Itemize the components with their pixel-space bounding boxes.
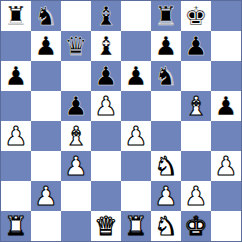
white-pawn-icon[interactable]: ♟ — [4, 121, 27, 151]
square-a4[interactable]: ♟ — [1, 121, 31, 151]
square-h7[interactable] — [211, 31, 241, 61]
white-pawn-icon[interactable]: ♟ — [154, 181, 177, 211]
square-h6[interactable] — [211, 61, 241, 91]
white-rook-icon[interactable]: ♜ — [4, 211, 27, 241]
black-pawn-icon[interactable]: ♟ — [94, 61, 117, 91]
square-d3[interactable] — [91, 151, 121, 181]
white-knight-icon[interactable]: ♞ — [154, 151, 177, 181]
square-f6[interactable]: ♞ — [151, 61, 181, 91]
black-queen-icon[interactable]: ♛ — [64, 31, 87, 61]
white-bishop-icon[interactable]: ♝ — [64, 121, 87, 151]
white-queen-icon[interactable]: ♛ — [94, 211, 117, 241]
square-c7[interactable]: ♛ — [61, 31, 91, 61]
square-e2[interactable] — [121, 181, 151, 211]
black-pawn-icon[interactable]: ♟ — [124, 61, 147, 91]
black-knight-icon[interactable]: ♞ — [34, 1, 57, 31]
square-d2[interactable] — [91, 181, 121, 211]
square-d7[interactable]: ♝ — [91, 31, 121, 61]
white-pawn-icon[interactable]: ♟ — [214, 151, 237, 181]
square-b3[interactable] — [31, 151, 61, 181]
white-bishop-icon[interactable]: ♝ — [184, 91, 207, 121]
square-g3[interactable] — [181, 151, 211, 181]
square-f4[interactable] — [151, 121, 181, 151]
square-b8[interactable]: ♞ — [31, 1, 61, 31]
square-a3[interactable] — [1, 151, 31, 181]
square-a5[interactable] — [1, 91, 31, 121]
square-e6[interactable]: ♟ — [121, 61, 151, 91]
chess-board: ♜♞♝♜♚♟♛♝♟♟♟♟♟♞♟♟♝♟♟♝♟♟♞♟♟♟♟♜♛♜♞♚ — [0, 0, 242, 242]
white-pawn-icon[interactable]: ♟ — [94, 91, 117, 121]
square-e5[interactable] — [121, 91, 151, 121]
white-rook-icon[interactable]: ♜ — [124, 211, 147, 241]
white-pawn-icon[interactable]: ♟ — [34, 181, 57, 211]
square-f5[interactable] — [151, 91, 181, 121]
chess-board-container: ♜♞♝♜♚♟♛♝♟♟♟♟♟♞♟♟♝♟♟♝♟♟♞♟♟♟♟♜♛♜♞♚ — [0, 0, 242, 242]
square-d1[interactable]: ♛ — [91, 211, 121, 241]
black-pawn-icon[interactable]: ♟ — [154, 31, 177, 61]
square-a7[interactable] — [1, 31, 31, 61]
square-g6[interactable] — [181, 61, 211, 91]
square-b6[interactable] — [31, 61, 61, 91]
black-pawn-icon[interactable]: ♟ — [64, 91, 87, 121]
square-g2[interactable]: ♟ — [181, 181, 211, 211]
square-g5[interactable]: ♝ — [181, 91, 211, 121]
square-c4[interactable]: ♝ — [61, 121, 91, 151]
white-knight-icon[interactable]: ♞ — [154, 211, 177, 241]
black-bishop-icon[interactable]: ♝ — [94, 31, 117, 61]
black-knight-icon[interactable]: ♞ — [154, 61, 177, 91]
square-c6[interactable] — [61, 61, 91, 91]
square-f7[interactable]: ♟ — [151, 31, 181, 61]
black-pawn-icon[interactable]: ♟ — [214, 91, 237, 121]
square-g8[interactable]: ♚ — [181, 1, 211, 31]
black-pawn-icon[interactable]: ♟ — [34, 31, 57, 61]
white-pawn-icon[interactable]: ♟ — [184, 181, 207, 211]
square-d8[interactable]: ♝ — [91, 1, 121, 31]
square-a6[interactable]: ♟ — [1, 61, 31, 91]
square-c5[interactable]: ♟ — [61, 91, 91, 121]
square-e1[interactable]: ♜ — [121, 211, 151, 241]
square-a1[interactable]: ♜ — [1, 211, 31, 241]
white-king-icon[interactable]: ♚ — [184, 211, 207, 241]
black-pawn-icon[interactable]: ♟ — [184, 31, 207, 61]
square-h3[interactable]: ♟ — [211, 151, 241, 181]
square-d4[interactable] — [91, 121, 121, 151]
square-f3[interactable]: ♞ — [151, 151, 181, 181]
black-rook-icon[interactable]: ♜ — [154, 1, 177, 31]
square-b5[interactable] — [31, 91, 61, 121]
square-f8[interactable]: ♜ — [151, 1, 181, 31]
square-c2[interactable] — [61, 181, 91, 211]
square-d6[interactable]: ♟ — [91, 61, 121, 91]
square-e4[interactable]: ♟ — [121, 121, 151, 151]
square-b7[interactable]: ♟ — [31, 31, 61, 61]
square-b4[interactable] — [31, 121, 61, 151]
square-f1[interactable]: ♞ — [151, 211, 181, 241]
square-f2[interactable]: ♟ — [151, 181, 181, 211]
black-pawn-icon[interactable]: ♟ — [4, 61, 27, 91]
black-rook-icon[interactable]: ♜ — [4, 1, 27, 31]
black-king-icon[interactable]: ♚ — [184, 1, 207, 31]
square-h4[interactable] — [211, 121, 241, 151]
square-b1[interactable] — [31, 211, 61, 241]
white-pawn-icon[interactable]: ♟ — [64, 151, 87, 181]
square-g4[interactable] — [181, 121, 211, 151]
square-h8[interactable] — [211, 1, 241, 31]
black-bishop-icon[interactable]: ♝ — [94, 1, 117, 31]
square-c3[interactable]: ♟ — [61, 151, 91, 181]
square-b2[interactable]: ♟ — [31, 181, 61, 211]
square-d5[interactable]: ♟ — [91, 91, 121, 121]
square-g7[interactable]: ♟ — [181, 31, 211, 61]
white-pawn-icon[interactable]: ♟ — [124, 121, 147, 151]
square-c1[interactable] — [61, 211, 91, 241]
square-g1[interactable]: ♚ — [181, 211, 211, 241]
square-e8[interactable] — [121, 1, 151, 31]
square-h5[interactable]: ♟ — [211, 91, 241, 121]
square-e7[interactable] — [121, 31, 151, 61]
square-a2[interactable] — [1, 181, 31, 211]
square-a8[interactable]: ♜ — [1, 1, 31, 31]
square-h2[interactable] — [211, 181, 241, 211]
square-e3[interactable] — [121, 151, 151, 181]
square-c8[interactable] — [61, 1, 91, 31]
square-h1[interactable] — [211, 211, 241, 241]
